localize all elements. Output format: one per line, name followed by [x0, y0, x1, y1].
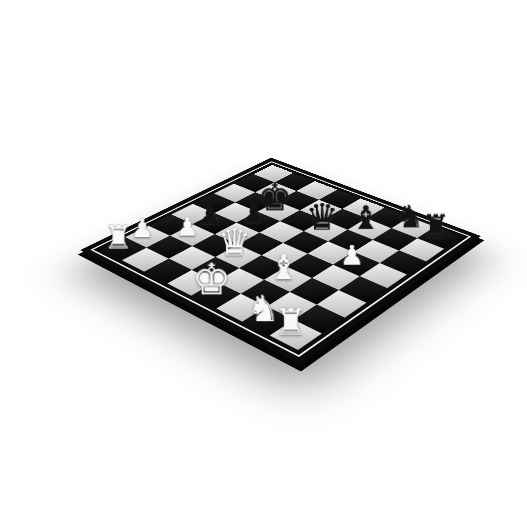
- square-a1: ♜: [100, 237, 146, 260]
- piece-white-rook: ♜: [88, 221, 149, 253]
- square-b8: [275, 173, 315, 191]
- square-h7: [399, 238, 444, 261]
- board-pinstripe-border: ♞♜♝♚♛♟♟♟♟♛♝♟♜♚♞♜: [90, 161, 471, 357]
- chessboard: ♞♜♝♚♛♟♟♟♟♛♝♟♜♚♞♜: [100, 165, 461, 350]
- chess-set-photo: ♞♜♝♚♛♟♟♟♟♛♝♟♜♚♞♜: [0, 0, 527, 527]
- board-frame: ♞♜♝♚♛♟♟♟♟♛♝♟♜♚♞♜: [80, 158, 481, 365]
